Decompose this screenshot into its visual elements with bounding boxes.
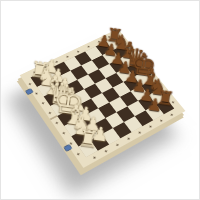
product-photo: ♜♞♝♛♚♝♞♜♟♟♟♟♟♟♟♟♟♟♟♟♟♟♟♟♜♞♝♛♚♝♞♜: [0, 0, 200, 200]
chessboard: ♜♞♝♛♚♝♞♜♟♟♟♟♟♟♟♟♟♟♟♟♟♟♟♟♜♞♝♛♚♝♞♜: [20, 29, 186, 168]
perspective-stage: ♜♞♝♛♚♝♞♜♟♟♟♟♟♟♟♟♟♟♟♟♟♟♟♟♜♞♝♛♚♝♞♜: [34, 25, 170, 161]
board-grid: ♜♞♝♛♚♝♞♜♟♟♟♟♟♟♟♟♟♟♟♟♟♟♟♟♜♞♝♛♚♝♞♜: [31, 37, 175, 157]
